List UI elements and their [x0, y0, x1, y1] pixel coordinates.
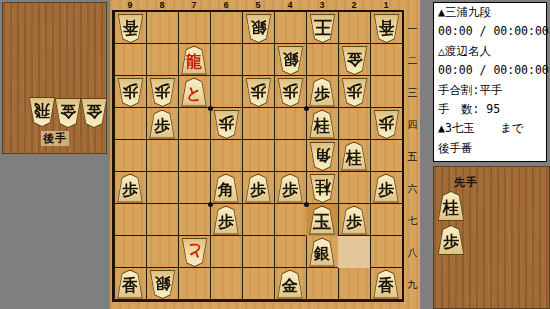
sente-clock: 00:00 / 00:00:00 — [434, 22, 546, 41]
square-59[interactable] — [242, 268, 274, 300]
square-65[interactable] — [210, 140, 242, 172]
square-71[interactable] — [178, 12, 210, 44]
square-63[interactable] — [210, 76, 242, 108]
file-label-9: 9 — [123, 0, 137, 10]
star-point-dot — [208, 202, 213, 207]
square-97[interactable] — [114, 204, 146, 236]
file-label-7: 7 — [187, 0, 201, 10]
sente-label: 先手 — [454, 175, 478, 190]
last-move-line: ▲3七玉 まで — [434, 119, 546, 138]
square-21[interactable] — [338, 12, 370, 44]
square-45[interactable] — [274, 140, 306, 172]
square-86[interactable] — [146, 172, 178, 204]
file-label-3: 3 — [315, 0, 329, 10]
game-info-panel: ▲三浦九段 00:00 / 00:00:00 △渡辺名人 00:00 / 00:… — [433, 2, 547, 162]
square-44[interactable] — [274, 108, 306, 140]
rank-label-5: 五 — [406, 150, 419, 164]
square-85[interactable] — [146, 140, 178, 172]
rank-label-4: 四 — [406, 118, 419, 132]
square-94[interactable] — [114, 108, 146, 140]
square-62[interactable] — [210, 44, 242, 76]
square-76[interactable] — [178, 172, 210, 204]
square-79[interactable] — [178, 268, 210, 300]
move-count-line: 手 数: 95 — [434, 100, 546, 119]
square-26[interactable] — [338, 172, 370, 204]
square-18[interactable] — [370, 236, 402, 268]
square-55[interactable] — [242, 140, 274, 172]
gote-clock: 00:00 / 00:00:00 — [434, 61, 546, 80]
rank-label-8: 八 — [406, 246, 419, 260]
square-68[interactable] — [210, 236, 242, 268]
square-32[interactable] — [306, 44, 338, 76]
file-label-4: 4 — [283, 0, 297, 10]
square-39[interactable] — [306, 268, 338, 300]
rank-label-3: 三 — [406, 86, 419, 100]
rank-label-2: 二 — [406, 54, 419, 68]
square-88[interactable] — [146, 236, 178, 268]
square-41[interactable] — [274, 12, 306, 44]
gote-captured-tray: 後手 — [2, 2, 107, 154]
rank-label-9: 九 — [406, 278, 419, 292]
square-54[interactable] — [242, 108, 274, 140]
handicap-line: 手合割:平手 — [434, 81, 546, 100]
square-17[interactable] — [370, 204, 402, 236]
shogi-app-window: 後手 ▲三浦九段 00:00 / 00:00:00 △渡辺名人 00:00 / … — [0, 0, 550, 309]
square-29[interactable] — [338, 268, 370, 300]
square-92[interactable] — [114, 44, 146, 76]
square-52[interactable] — [242, 44, 274, 76]
rank-label-6: 六 — [406, 182, 419, 196]
square-61[interactable] — [210, 12, 242, 44]
square-77[interactable] — [178, 204, 210, 236]
square-98[interactable] — [114, 236, 146, 268]
square-47[interactable] — [274, 204, 306, 236]
square-13[interactable] — [370, 76, 402, 108]
star-point-dot — [304, 202, 309, 207]
square-87[interactable] — [146, 204, 178, 236]
file-label-2: 2 — [347, 0, 361, 10]
square-81[interactable] — [146, 12, 178, 44]
file-label-5: 5 — [251, 0, 265, 10]
sente-player-name: ▲三浦九段 — [434, 3, 546, 22]
square-15[interactable] — [370, 140, 402, 172]
square-75[interactable] — [178, 140, 210, 172]
square-12[interactable] — [370, 44, 402, 76]
square-28[interactable] — [338, 236, 370, 268]
square-48[interactable] — [274, 236, 306, 268]
square-57[interactable] — [242, 204, 274, 236]
square-69[interactable] — [210, 268, 242, 300]
file-label-6: 6 — [219, 0, 233, 10]
file-label-8: 8 — [155, 0, 169, 10]
rank-label-1: 一 — [406, 22, 419, 36]
rank-label-7: 七 — [406, 214, 419, 228]
file-label-1: 1 — [379, 0, 393, 10]
square-82[interactable] — [146, 44, 178, 76]
square-24[interactable] — [338, 108, 370, 140]
gote-player-name: △渡辺名人 — [434, 42, 546, 61]
star-point-dot — [208, 106, 213, 111]
star-point-dot — [304, 106, 309, 111]
gote-label: 後手 — [41, 131, 69, 146]
turn-indicator: 後手番 — [434, 139, 546, 158]
square-95[interactable] — [114, 140, 146, 172]
square-74[interactable] — [178, 108, 210, 140]
square-58[interactable] — [242, 236, 274, 268]
